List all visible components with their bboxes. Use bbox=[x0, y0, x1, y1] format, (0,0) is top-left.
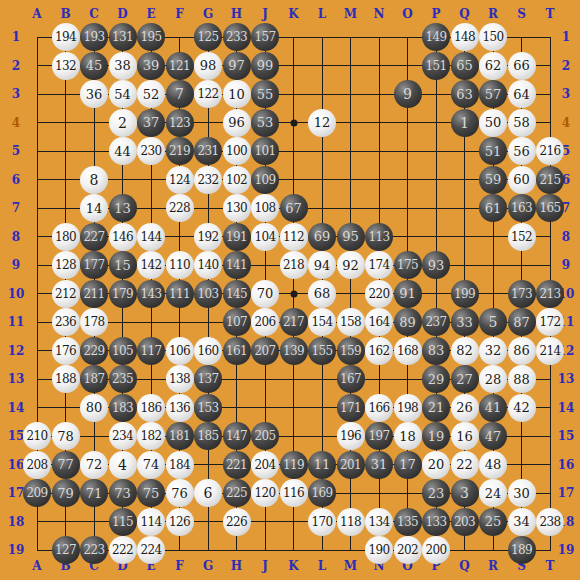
row-label-left-17: 17 bbox=[8, 487, 25, 499]
stone-F14-move-136[interactable]: 136 bbox=[166, 394, 194, 422]
stone-E3-move-52[interactable]: 52 bbox=[137, 80, 165, 108]
stone-E15-move-182[interactable]: 182 bbox=[137, 422, 165, 450]
stone-F7-move-228[interactable]: 228 bbox=[166, 194, 194, 222]
stone-H6-move-102[interactable]: 102 bbox=[223, 166, 251, 194]
stone-B17-move-79[interactable]: 79 bbox=[52, 479, 80, 507]
stone-P11-move-237[interactable]: 237 bbox=[422, 308, 450, 336]
col-label-bottom-R: R bbox=[488, 560, 498, 572]
stone-P13-move-29[interactable]: 29 bbox=[422, 365, 450, 393]
stone-F16-move-184[interactable]: 184 bbox=[166, 451, 194, 479]
stone-Q16-move-22[interactable]: 22 bbox=[451, 451, 479, 479]
stone-H7-move-130[interactable]: 130 bbox=[223, 194, 251, 222]
stone-J3-move-55[interactable]: 55 bbox=[251, 80, 279, 108]
stone-R4-move-50[interactable]: 50 bbox=[479, 109, 507, 137]
stone-R1-move-150[interactable]: 150 bbox=[479, 23, 507, 51]
stone-E16-move-74[interactable]: 74 bbox=[137, 451, 165, 479]
stone-D8-move-146[interactable]: 146 bbox=[109, 223, 137, 251]
stone-B9-move-128[interactable]: 128 bbox=[52, 251, 80, 279]
stone-J7-move-108[interactable]: 108 bbox=[251, 194, 279, 222]
stone-B12-move-176[interactable]: 176 bbox=[52, 337, 80, 365]
stone-H8-move-191[interactable]: 191 bbox=[223, 223, 251, 251]
stone-E18-move-114[interactable]: 114 bbox=[137, 508, 165, 536]
stone-K16-move-119[interactable]: 119 bbox=[280, 451, 308, 479]
stone-M9-move-92[interactable]: 92 bbox=[337, 251, 365, 279]
stone-B2-move-132[interactable]: 132 bbox=[52, 52, 80, 80]
stone-B13-move-188[interactable]: 188 bbox=[52, 365, 80, 393]
stone-H16-move-221[interactable]: 221 bbox=[223, 451, 251, 479]
stone-A16-move-208[interactable]: 208 bbox=[23, 451, 51, 479]
stone-D15-move-234[interactable]: 234 bbox=[109, 422, 137, 450]
stone-R11-move-5[interactable]: 5 bbox=[479, 308, 507, 336]
stone-P16-move-20[interactable]: 20 bbox=[422, 451, 450, 479]
stone-M13-move-167[interactable]: 167 bbox=[337, 365, 365, 393]
stone-K7-move-67[interactable]: 67 bbox=[280, 194, 308, 222]
stone-F17-move-76[interactable]: 76 bbox=[166, 479, 194, 507]
row-label-right-2: 2 bbox=[562, 60, 570, 72]
stone-R3-move-57[interactable]: 57 bbox=[479, 80, 507, 108]
stone-M14-move-171[interactable]: 171 bbox=[337, 394, 365, 422]
stone-G8-move-192[interactable]: 192 bbox=[194, 223, 222, 251]
stone-P17-move-23[interactable]: 23 bbox=[422, 479, 450, 507]
col-label-bottom-H: H bbox=[231, 560, 242, 572]
col-label-bottom-G: G bbox=[203, 560, 213, 572]
stone-S12-move-86[interactable]: 86 bbox=[508, 337, 536, 365]
stone-O18-move-135[interactable]: 135 bbox=[394, 508, 422, 536]
stone-G9-move-140[interactable]: 140 bbox=[194, 251, 222, 279]
stone-T5-move-216[interactable]: 216 bbox=[536, 137, 564, 165]
stone-H12-move-161[interactable]: 161 bbox=[223, 337, 251, 365]
stone-S10-move-173[interactable]: 173 bbox=[508, 280, 536, 308]
col-label-bottom-T: T bbox=[546, 560, 555, 572]
col-label-bottom-M: M bbox=[344, 560, 357, 572]
stone-D18-move-115[interactable]: 115 bbox=[109, 508, 137, 536]
stone-N10-move-220[interactable]: 220 bbox=[365, 280, 393, 308]
stone-O10-move-91[interactable]: 91 bbox=[394, 280, 422, 308]
stone-T10-move-213[interactable]: 213 bbox=[536, 280, 564, 308]
row-label-left-12: 12 bbox=[8, 345, 25, 357]
row-label-left-18: 18 bbox=[8, 516, 25, 528]
row-label-right-19: 19 bbox=[558, 544, 575, 556]
col-label-top-R: R bbox=[488, 8, 498, 20]
stone-P18-move-133[interactable]: 133 bbox=[422, 508, 450, 536]
stone-Q13-move-27[interactable]: 27 bbox=[451, 365, 479, 393]
stone-Q18-move-203[interactable]: 203 bbox=[451, 508, 479, 536]
stone-J6-move-109[interactable]: 109 bbox=[251, 166, 279, 194]
stone-L12-move-155[interactable]: 155 bbox=[308, 337, 336, 365]
stone-H1-move-233[interactable]: 233 bbox=[223, 23, 251, 51]
col-label-top-Q: Q bbox=[459, 8, 469, 20]
stone-R6-move-59[interactable]: 59 bbox=[479, 166, 507, 194]
stone-O14-move-198[interactable]: 198 bbox=[394, 394, 422, 422]
stone-H9-move-141[interactable]: 141 bbox=[223, 251, 251, 279]
stone-M8-move-95[interactable]: 95 bbox=[337, 223, 365, 251]
stone-Q1-move-148[interactable]: 148 bbox=[451, 23, 479, 51]
row-label-right-9: 9 bbox=[562, 259, 570, 271]
stone-F13-move-138[interactable]: 138 bbox=[166, 365, 194, 393]
stone-Q10-move-199[interactable]: 199 bbox=[451, 280, 479, 308]
stone-J4-move-53[interactable]: 53 bbox=[251, 109, 279, 137]
stone-C2-move-45[interactable]: 45 bbox=[80, 52, 108, 80]
stone-L8-move-69[interactable]: 69 bbox=[308, 223, 336, 251]
stone-G14-move-153[interactable]: 153 bbox=[194, 394, 222, 422]
col-label-top-L: L bbox=[318, 8, 326, 20]
col-label-bottom-Q: Q bbox=[459, 560, 469, 572]
col-label-top-K: K bbox=[288, 8, 298, 20]
row-label-left-9: 9 bbox=[12, 259, 20, 271]
stone-E14-move-186[interactable]: 186 bbox=[137, 394, 165, 422]
row-label-right-13: 13 bbox=[558, 373, 575, 385]
stone-E19-move-224[interactable]: 224 bbox=[137, 536, 165, 564]
stone-D1-move-131[interactable]: 131 bbox=[109, 23, 137, 51]
row-label-right-14: 14 bbox=[558, 402, 575, 414]
stone-P14-move-21[interactable]: 21 bbox=[422, 394, 450, 422]
stone-T7-move-165[interactable]: 165 bbox=[536, 194, 564, 222]
go-board[interactable]: AABBCCDDEEFFGGHHJJKKLLMMNNOOPPQQRRSSTT11… bbox=[0, 0, 580, 580]
stone-B1-move-194[interactable]: 194 bbox=[52, 23, 80, 51]
row-label-left-11: 11 bbox=[8, 316, 25, 328]
stone-L16-move-11[interactable]: 11 bbox=[308, 451, 336, 479]
stone-S3-move-64[interactable]: 64 bbox=[508, 80, 536, 108]
stone-N11-move-164[interactable]: 164 bbox=[365, 308, 393, 336]
stone-H3-move-10[interactable]: 10 bbox=[223, 80, 251, 108]
stone-F2-move-121[interactable]: 121 bbox=[166, 52, 194, 80]
stone-F15-move-181[interactable]: 181 bbox=[166, 422, 194, 450]
stone-N16-move-31[interactable]: 31 bbox=[365, 451, 393, 479]
row-label-left-1: 1 bbox=[12, 31, 20, 43]
col-label-top-O: O bbox=[402, 8, 412, 20]
stone-N9-move-174[interactable]: 174 bbox=[365, 251, 393, 279]
stone-P19-move-200[interactable]: 200 bbox=[422, 536, 450, 564]
stone-S2-move-66[interactable]: 66 bbox=[508, 52, 536, 80]
stone-N12-move-162[interactable]: 162 bbox=[365, 337, 393, 365]
stone-G1-move-125[interactable]: 125 bbox=[194, 23, 222, 51]
stone-O11-move-89[interactable]: 89 bbox=[394, 308, 422, 336]
stone-J12-move-207[interactable]: 207 bbox=[251, 337, 279, 365]
stone-F9-move-110[interactable]: 110 bbox=[166, 251, 194, 279]
stone-C9-move-177[interactable]: 177 bbox=[80, 251, 108, 279]
stone-E10-move-143[interactable]: 143 bbox=[137, 280, 165, 308]
stone-J16-move-204[interactable]: 204 bbox=[251, 451, 279, 479]
stone-P2-move-151[interactable]: 151 bbox=[422, 52, 450, 80]
stone-P1-move-149[interactable]: 149 bbox=[422, 23, 450, 51]
stone-B8-move-180[interactable]: 180 bbox=[52, 223, 80, 251]
stone-S19-move-189[interactable]: 189 bbox=[508, 536, 536, 564]
stone-N15-move-197[interactable]: 197 bbox=[365, 422, 393, 450]
col-label-top-J: J bbox=[262, 8, 268, 20]
stone-R14-move-41[interactable]: 41 bbox=[479, 394, 507, 422]
col-label-top-E: E bbox=[146, 8, 155, 20]
row-label-left-4: 4 bbox=[12, 117, 20, 129]
stone-S7-move-163[interactable]: 163 bbox=[508, 194, 536, 222]
stone-F10-move-111[interactable]: 111 bbox=[166, 280, 194, 308]
col-label-bottom-L: L bbox=[318, 560, 326, 572]
stone-G17-move-6[interactable]: 6 bbox=[194, 479, 222, 507]
stone-R17-move-24[interactable]: 24 bbox=[479, 479, 507, 507]
stone-C8-move-227[interactable]: 227 bbox=[80, 223, 108, 251]
row-label-left-16: 16 bbox=[8, 459, 25, 471]
col-label-bottom-F: F bbox=[175, 560, 184, 572]
stone-C7-move-14[interactable]: 14 bbox=[80, 194, 108, 222]
col-label-top-P: P bbox=[431, 8, 440, 20]
col-label-top-T: T bbox=[546, 8, 555, 20]
stone-L11-move-154[interactable]: 154 bbox=[308, 308, 336, 336]
stone-P12-move-83[interactable]: 83 bbox=[422, 337, 450, 365]
stone-F5-move-219[interactable]: 219 bbox=[166, 137, 194, 165]
col-label-bottom-K: K bbox=[288, 560, 298, 572]
stone-O9-move-175[interactable]: 175 bbox=[394, 251, 422, 279]
row-label-left-6: 6 bbox=[12, 174, 20, 186]
row-label-right-16: 16 bbox=[558, 459, 575, 471]
stone-J11-move-206[interactable]: 206 bbox=[251, 308, 279, 336]
stone-L9-move-94[interactable]: 94 bbox=[308, 251, 336, 279]
stone-D19-move-222[interactable]: 222 bbox=[109, 536, 137, 564]
stone-E4-move-37[interactable]: 37 bbox=[137, 109, 165, 137]
stone-D2-move-38[interactable]: 38 bbox=[109, 52, 137, 80]
stone-K12-move-139[interactable]: 139 bbox=[280, 337, 308, 365]
stone-H18-move-226[interactable]: 226 bbox=[223, 508, 251, 536]
stone-A15-move-210[interactable]: 210 bbox=[23, 422, 51, 450]
stone-M18-move-118[interactable]: 118 bbox=[337, 508, 365, 536]
stone-C17-move-71[interactable]: 71 bbox=[80, 479, 108, 507]
stone-O16-move-17[interactable]: 17 bbox=[394, 451, 422, 479]
stone-E1-move-195[interactable]: 195 bbox=[137, 23, 165, 51]
stone-S8-move-152[interactable]: 152 bbox=[508, 223, 536, 251]
stone-G2-move-98[interactable]: 98 bbox=[194, 52, 222, 80]
stone-T6-move-215[interactable]: 215 bbox=[536, 166, 564, 194]
stone-M16-move-201[interactable]: 201 bbox=[337, 451, 365, 479]
stone-H10-move-145[interactable]: 145 bbox=[223, 280, 251, 308]
stone-R13-move-28[interactable]: 28 bbox=[479, 365, 507, 393]
stone-E5-move-230[interactable]: 230 bbox=[137, 137, 165, 165]
row-label-left-13: 13 bbox=[8, 373, 25, 385]
stone-S6-move-60[interactable]: 60 bbox=[508, 166, 536, 194]
stone-Q2-move-65[interactable]: 65 bbox=[451, 52, 479, 80]
row-label-left-7: 7 bbox=[12, 202, 20, 214]
stone-H15-move-147[interactable]: 147 bbox=[223, 422, 251, 450]
stone-M15-move-196[interactable]: 196 bbox=[337, 422, 365, 450]
stone-J5-move-101[interactable]: 101 bbox=[251, 137, 279, 165]
stone-R2-move-62[interactable]: 62 bbox=[479, 52, 507, 80]
stone-O12-move-168[interactable]: 168 bbox=[394, 337, 422, 365]
stone-R5-move-51[interactable]: 51 bbox=[479, 137, 507, 165]
stone-R15-move-47[interactable]: 47 bbox=[479, 422, 507, 450]
stone-C1-move-193[interactable]: 193 bbox=[80, 23, 108, 51]
stone-K17-move-116[interactable]: 116 bbox=[280, 479, 308, 507]
stone-S11-move-87[interactable]: 87 bbox=[508, 308, 536, 336]
stone-A17-move-209[interactable]: 209 bbox=[23, 479, 51, 507]
stone-F4-move-123[interactable]: 123 bbox=[166, 109, 194, 137]
stone-R7-move-61[interactable]: 61 bbox=[479, 194, 507, 222]
stone-D12-move-105[interactable]: 105 bbox=[109, 337, 137, 365]
col-label-top-C: C bbox=[89, 8, 99, 20]
stone-E2-move-39[interactable]: 39 bbox=[137, 52, 165, 80]
stone-N19-move-190[interactable]: 190 bbox=[365, 536, 393, 564]
stone-Q4-move-1[interactable]: 1 bbox=[451, 109, 479, 137]
row-label-left-10: 10 bbox=[8, 288, 25, 300]
stone-L4-move-12[interactable]: 12 bbox=[308, 109, 336, 137]
stone-J1-move-157[interactable]: 157 bbox=[251, 23, 279, 51]
stone-G12-move-160[interactable]: 160 bbox=[194, 337, 222, 365]
row-label-right-15: 15 bbox=[558, 430, 575, 442]
stone-L18-move-170[interactable]: 170 bbox=[308, 508, 336, 536]
col-label-bottom-J: J bbox=[262, 560, 268, 572]
stone-F3-move-7[interactable]: 7 bbox=[166, 80, 194, 108]
stone-E9-move-142[interactable]: 142 bbox=[137, 251, 165, 279]
stone-H2-move-97[interactable]: 97 bbox=[223, 52, 251, 80]
col-label-top-H: H bbox=[231, 8, 242, 20]
stone-B11-move-236[interactable]: 236 bbox=[52, 308, 80, 336]
stone-Q3-move-63[interactable]: 63 bbox=[451, 80, 479, 108]
stone-T12-move-214[interactable]: 214 bbox=[536, 337, 564, 365]
col-label-bottom-A: A bbox=[32, 560, 41, 572]
stone-N18-move-134[interactable]: 134 bbox=[365, 508, 393, 536]
stone-P9-move-93[interactable]: 93 bbox=[422, 251, 450, 279]
stone-O19-move-202[interactable]: 202 bbox=[394, 536, 422, 564]
star-point-K10 bbox=[290, 290, 297, 297]
row-label-right-1: 1 bbox=[562, 31, 570, 43]
stone-J17-move-120[interactable]: 120 bbox=[251, 479, 279, 507]
stone-P15-move-19[interactable]: 19 bbox=[422, 422, 450, 450]
stone-D4-move-2[interactable]: 2 bbox=[109, 109, 137, 137]
row-label-left-3: 3 bbox=[12, 88, 20, 100]
stone-L10-move-68[interactable]: 68 bbox=[308, 280, 336, 308]
stone-D13-move-235[interactable]: 235 bbox=[109, 365, 137, 393]
stone-S5-move-56[interactable]: 56 bbox=[508, 137, 536, 165]
stone-T18-move-238[interactable]: 238 bbox=[536, 508, 564, 536]
stone-O15-move-18[interactable]: 18 bbox=[394, 422, 422, 450]
stone-Q17-move-3[interactable]: 3 bbox=[451, 479, 479, 507]
stone-M12-move-159[interactable]: 159 bbox=[337, 337, 365, 365]
stone-C16-move-72[interactable]: 72 bbox=[80, 451, 108, 479]
stone-D16-move-4[interactable]: 4 bbox=[109, 451, 137, 479]
stone-C10-move-211[interactable]: 211 bbox=[80, 280, 108, 308]
col-label-top-B: B bbox=[60, 8, 70, 20]
row-label-right-8: 8 bbox=[562, 231, 570, 243]
stone-R12-move-32[interactable]: 32 bbox=[479, 337, 507, 365]
row-label-right-4: 4 bbox=[562, 117, 570, 129]
stone-G15-move-185[interactable]: 185 bbox=[194, 422, 222, 450]
stone-D5-move-44[interactable]: 44 bbox=[109, 137, 137, 165]
stone-C14-move-80[interactable]: 80 bbox=[80, 394, 108, 422]
stone-H17-move-225[interactable]: 225 bbox=[223, 479, 251, 507]
stone-S13-move-88[interactable]: 88 bbox=[508, 365, 536, 393]
stone-C11-move-178[interactable]: 178 bbox=[80, 308, 108, 336]
stone-D17-move-73[interactable]: 73 bbox=[109, 479, 137, 507]
row-label-right-3: 3 bbox=[562, 88, 570, 100]
stone-D3-move-54[interactable]: 54 bbox=[109, 80, 137, 108]
stone-B16-move-77[interactable]: 77 bbox=[52, 451, 80, 479]
stone-C3-move-36[interactable]: 36 bbox=[80, 80, 108, 108]
col-label-top-A: A bbox=[32, 8, 41, 20]
stone-S18-move-34[interactable]: 34 bbox=[508, 508, 536, 536]
stone-F18-move-126[interactable]: 126 bbox=[166, 508, 194, 536]
stone-Q15-move-16[interactable]: 16 bbox=[451, 422, 479, 450]
stone-B19-move-127[interactable]: 127 bbox=[52, 536, 80, 564]
stone-L17-move-169[interactable]: 169 bbox=[308, 479, 336, 507]
col-label-top-N: N bbox=[374, 8, 385, 20]
stone-J15-move-205[interactable]: 205 bbox=[251, 422, 279, 450]
stone-C13-move-187[interactable]: 187 bbox=[80, 365, 108, 393]
stone-D10-move-179[interactable]: 179 bbox=[109, 280, 137, 308]
stone-G6-move-232[interactable]: 232 bbox=[194, 166, 222, 194]
stone-B10-move-212[interactable]: 212 bbox=[52, 280, 80, 308]
row-label-left-19: 19 bbox=[8, 544, 25, 556]
stone-K11-move-217[interactable]: 217 bbox=[280, 308, 308, 336]
stone-K9-move-218[interactable]: 218 bbox=[280, 251, 308, 279]
stone-H11-move-107[interactable]: 107 bbox=[223, 308, 251, 336]
stone-E8-move-144[interactable]: 144 bbox=[137, 223, 165, 251]
stone-E12-move-117[interactable]: 117 bbox=[137, 337, 165, 365]
stone-S17-move-30[interactable]: 30 bbox=[508, 479, 536, 507]
row-label-right-17: 17 bbox=[558, 487, 575, 499]
row-label-left-2: 2 bbox=[12, 60, 20, 72]
row-label-left-5: 5 bbox=[12, 145, 20, 157]
stone-O3-move-9[interactable]: 9 bbox=[394, 80, 422, 108]
stone-T11-move-172[interactable]: 172 bbox=[536, 308, 564, 336]
stone-C19-move-223[interactable]: 223 bbox=[80, 536, 108, 564]
stone-S14-move-42[interactable]: 42 bbox=[508, 394, 536, 422]
stone-J8-move-104[interactable]: 104 bbox=[251, 223, 279, 251]
row-label-left-8: 8 bbox=[12, 231, 20, 243]
stone-D9-move-15[interactable]: 15 bbox=[109, 251, 137, 279]
stone-H4-move-96[interactable]: 96 bbox=[223, 109, 251, 137]
col-label-top-F: F bbox=[175, 8, 184, 20]
stone-J2-move-99[interactable]: 99 bbox=[251, 52, 279, 80]
stone-D14-move-183[interactable]: 183 bbox=[109, 394, 137, 422]
stone-G13-move-137[interactable]: 137 bbox=[194, 365, 222, 393]
stone-Q11-move-33[interactable]: 33 bbox=[451, 308, 479, 336]
stone-C6-move-8[interactable]: 8 bbox=[80, 166, 108, 194]
stone-N8-move-113[interactable]: 113 bbox=[365, 223, 393, 251]
stone-E17-move-75[interactable]: 75 bbox=[137, 479, 165, 507]
stone-C12-move-229[interactable]: 229 bbox=[80, 337, 108, 365]
stone-J10-move-70[interactable]: 70 bbox=[251, 280, 279, 308]
col-label-top-M: M bbox=[344, 8, 357, 20]
stone-G10-move-103[interactable]: 103 bbox=[194, 280, 222, 308]
star-point-K4 bbox=[290, 119, 297, 126]
stone-N14-move-166[interactable]: 166 bbox=[365, 394, 393, 422]
stone-G5-move-231[interactable]: 231 bbox=[194, 137, 222, 165]
stone-G3-move-122[interactable]: 122 bbox=[194, 80, 222, 108]
row-label-left-14: 14 bbox=[8, 402, 25, 414]
stone-F12-move-106[interactable]: 106 bbox=[166, 337, 194, 365]
stone-H5-move-100[interactable]: 100 bbox=[223, 137, 251, 165]
stone-K8-move-112[interactable]: 112 bbox=[280, 223, 308, 251]
stone-Q12-move-82[interactable]: 82 bbox=[451, 337, 479, 365]
stone-F6-move-124[interactable]: 124 bbox=[166, 166, 194, 194]
col-label-top-S: S bbox=[517, 8, 526, 20]
stone-D7-move-13[interactable]: 13 bbox=[109, 194, 137, 222]
stone-Q14-move-26[interactable]: 26 bbox=[451, 394, 479, 422]
stone-B15-move-78[interactable]: 78 bbox=[52, 422, 80, 450]
stone-M11-move-158[interactable]: 158 bbox=[337, 308, 365, 336]
stone-R18-move-25[interactable]: 25 bbox=[479, 508, 507, 536]
stone-S4-move-58[interactable]: 58 bbox=[508, 109, 536, 137]
row-label-left-15: 15 bbox=[8, 430, 25, 442]
stone-R16-move-48[interactable]: 48 bbox=[479, 451, 507, 479]
col-label-top-D: D bbox=[117, 8, 127, 20]
col-label-top-G: G bbox=[203, 8, 213, 20]
